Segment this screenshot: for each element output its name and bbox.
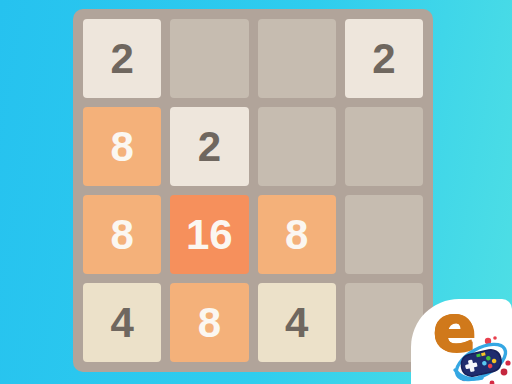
tile-8-r4c2: 8 bbox=[170, 283, 248, 362]
tile-8-r3c1: 8 bbox=[83, 195, 161, 274]
gamepad-orbit-icon bbox=[448, 329, 512, 384]
empty-cell-r2c4 bbox=[345, 107, 423, 186]
tile-8-r3c3: 8 bbox=[258, 195, 336, 274]
tile-4-r4c1: 4 bbox=[83, 283, 161, 362]
game-portal-logo[interactable]: e bbox=[411, 299, 512, 384]
empty-cell-r2c3 bbox=[258, 107, 336, 186]
tile-2-r1c1: 2 bbox=[83, 19, 161, 98]
empty-cell-r3c4 bbox=[345, 195, 423, 274]
empty-cell-r1c3 bbox=[258, 19, 336, 98]
tile-16-r3c2: 16 bbox=[170, 195, 248, 274]
tile-8-r2c1: 8 bbox=[83, 107, 161, 186]
empty-cell-r1c2 bbox=[170, 19, 248, 98]
tile-4-r4c3: 4 bbox=[258, 283, 336, 362]
tile-2-r2c2: 2 bbox=[170, 107, 248, 186]
board-grid[interactable]: 22828168484 bbox=[73, 9, 433, 372]
tile-2-r1c4: 2 bbox=[345, 19, 423, 98]
